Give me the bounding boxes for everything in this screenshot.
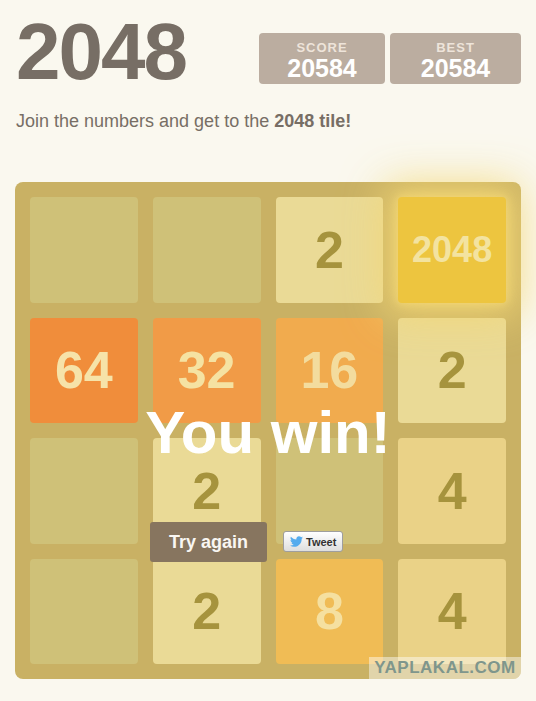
empty-cell	[153, 197, 261, 303]
watermark: YAPLAKAL.COM	[369, 657, 521, 679]
tile-2048: 2048	[398, 197, 506, 303]
tweet-label: Tweet	[306, 536, 336, 548]
win-message: You win!	[15, 398, 521, 467]
2048-app: 2048 SCORE 20584 BEST 20584 Join the num…	[0, 0, 536, 701]
subtitle-goal: 2048 tile!	[274, 111, 351, 131]
tile-4: 4	[398, 559, 506, 665]
score-value: 20584	[259, 55, 385, 81]
score-label: SCORE	[259, 40, 385, 55]
best-label: BEST	[390, 40, 521, 55]
empty-cell	[30, 559, 138, 665]
empty-cell	[30, 197, 138, 303]
twitter-bird-icon	[290, 535, 303, 548]
score-box: SCORE 20584	[259, 33, 385, 84]
try-again-button[interactable]: Try again	[150, 522, 267, 562]
best-box: BEST 20584	[390, 33, 521, 84]
tile-2: 2	[276, 197, 384, 303]
tweet-button[interactable]: Tweet	[283, 531, 343, 552]
tile-8: 8	[276, 559, 384, 665]
subtitle: Join the numbers and get to the 2048 til…	[16, 109, 351, 133]
game-board: 22048643216224284 You win! Try again Twe…	[15, 182, 521, 679]
best-value: 20584	[390, 55, 521, 81]
tile-2: 2	[153, 559, 261, 665]
page-title: 2048	[16, 10, 186, 94]
subtitle-text: Join the numbers and get to the	[16, 111, 274, 131]
